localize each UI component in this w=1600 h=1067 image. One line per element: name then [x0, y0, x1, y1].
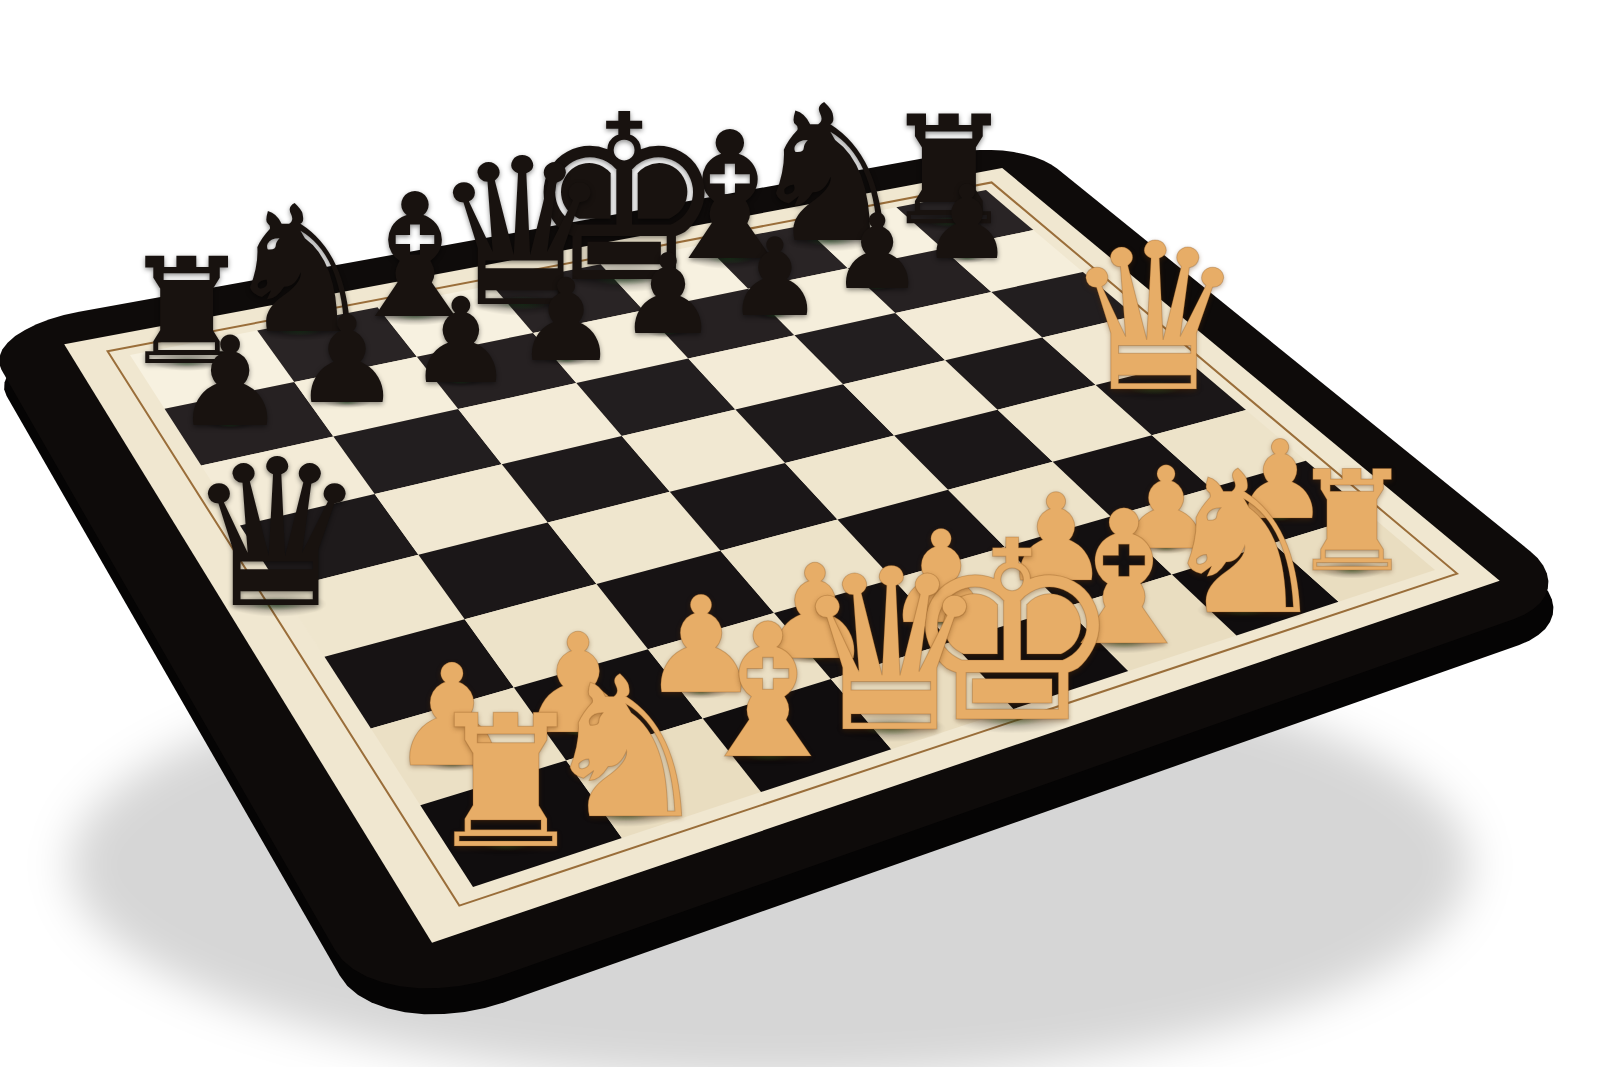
piece-shadow-white-bishop-f1	[1071, 629, 1177, 656]
piece-white-knight-b1: ♞	[539, 651, 714, 846]
piece-black-pawn-e7: ♟	[618, 239, 718, 350]
piece-black-pawn-h7: ♟	[921, 172, 1012, 274]
piece-shadow-black-rook-a8	[146, 352, 229, 373]
piece-white-rook-h1: ♜	[1290, 453, 1415, 592]
piece-shadow-white-pawn-g2	[1140, 541, 1193, 555]
piece-shadow-black-queen-d8	[464, 288, 581, 318]
piece-black-pawn-a7: ♟	[174, 320, 285, 444]
piece-shadow-white-pawn-d2	[785, 649, 846, 665]
chess-pieces-layer: ♜♞♝♟♚♟♛♝♟♞♟♟♜♟♛♟♟♟♟♜♟♛♞♟♝♟♟♚♛♟♝♟♞♜	[0, 0, 1600, 1067]
piece-white-knight-g1: ♞	[1156, 445, 1333, 642]
piece-black-pawn-b7: ♟	[293, 300, 401, 421]
piece-shadow-black-pawn-g7	[853, 281, 901, 293]
piece-white-queen-h4: ♛	[1064, 217, 1247, 421]
piece-black-rook-a8: ♜	[121, 239, 253, 386]
piece-shadow-black-king-e8	[559, 261, 690, 295]
piece-shadow-white-knight-g1	[1189, 596, 1300, 624]
piece-black-bishop-f8: ♝	[651, 109, 810, 286]
piece-shadow-white-pawn-b2	[546, 724, 610, 740]
piece-black-queen-a4-edge: ♛	[186, 433, 369, 637]
piece-shadow-black-knight-b8	[251, 318, 349, 343]
piece-shadow-white-pawn-c2	[670, 684, 732, 700]
piece-white-pawn-h2: ♟	[1231, 426, 1329, 535]
piece-white-rook-a1: ♜	[424, 691, 588, 874]
piece-black-pawn-c7: ♟	[408, 282, 514, 400]
piece-shadow-black-pawn-e7	[643, 326, 694, 339]
piece-shadow-white-knight-b1	[572, 801, 681, 829]
piece-shadow-black-rook-h8	[907, 211, 991, 233]
piece-black-bishop-c8: ♝	[338, 171, 491, 342]
piece-black-pawn-g7: ♟	[830, 200, 923, 304]
piece-shadow-white-pawn-e2	[912, 615, 971, 630]
piece-shadow-white-queen-h4	[1097, 373, 1214, 403]
piece-black-knight-g8: ♞	[745, 81, 914, 270]
piece-shadow-black-pawn-f7	[750, 309, 800, 322]
piece-white-king-e1: ♚	[900, 509, 1123, 758]
piece-shadow-white-rook-a1	[455, 832, 558, 858]
piece-shadow-white-bishop-c1	[715, 742, 821, 769]
piece-white-pawn-d2: ♟	[756, 547, 873, 678]
piece-white-pawn-e2: ♟	[884, 514, 999, 642]
piece-shadow-black-queen-a4-edge	[219, 589, 336, 619]
piece-black-king-e8: ♚	[521, 85, 727, 315]
piece-black-pawn-d7: ♟	[515, 264, 617, 378]
piece-white-pawn-b2: ♟	[516, 616, 640, 754]
piece-shadow-black-pawn-a7	[201, 417, 259, 432]
piece-white-pawn-f2: ♟	[1002, 478, 1110, 599]
piece-shadow-black-bishop-f8	[680, 245, 781, 271]
piece-black-rook-h8: ♜	[882, 96, 1016, 246]
piece-white-pawn-g2: ♟	[1115, 452, 1217, 566]
piece-shadow-white-pawn-f2	[1028, 573, 1084, 587]
piece-shadow-white-pawn-a2	[419, 756, 485, 773]
piece-black-queen-d8: ♛	[431, 132, 614, 336]
piece-shadow-black-pawn-c7	[434, 374, 489, 388]
piece-shadow-white-rook-h1	[1313, 560, 1391, 580]
piece-shadow-white-pawn-h2	[1255, 512, 1306, 525]
piece-shadow-black-bishop-c8	[366, 303, 464, 328]
piece-white-bishop-c1: ♝	[685, 600, 851, 785]
piece-shadow-white-queen-d1	[827, 712, 956, 745]
piece-white-pawn-a2: ♟	[389, 646, 515, 787]
chess-set-product-photo: ♜♞♝♟♚♟♛♝♟♞♟♟♜♟♛♟♟♟♟♜♟♛♞♟♝♟♟♚♛♟♝♟♞♜	[0, 0, 1600, 1067]
piece-shadow-black-knight-g8	[777, 227, 883, 254]
piece-shadow-white-king-e1	[941, 700, 1083, 736]
piece-white-pawn-c2: ♟	[641, 579, 761, 713]
piece-black-knight-b8: ♞	[222, 183, 379, 358]
piece-white-bishop-f1: ♝	[1041, 487, 1207, 672]
piece-shadow-black-pawn-h7	[943, 252, 991, 264]
piece-black-pawn-f7: ♟	[727, 224, 824, 332]
piece-shadow-black-pawn-b7	[319, 395, 375, 409]
piece-shadow-black-pawn-d7	[540, 353, 593, 367]
piece-white-queen-d1: ♛	[791, 540, 992, 764]
